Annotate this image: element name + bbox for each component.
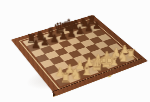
black-pawn[interactable]: ♟ [31,39,41,50]
photo-stage: ♜♞♝♛♚♝♞♜♟♟♟♟♟♟♟♟♟♟♟♟♟♟♟♟♜♞♝♛♚♝♞♜ [0,0,150,102]
white-rook[interactable]: ♜ [60,71,71,84]
black-pawn[interactable]: ♟ [49,33,59,44]
black-pawn[interactable]: ♟ [40,36,50,47]
black-pawn[interactable]: ♟ [83,23,93,33]
